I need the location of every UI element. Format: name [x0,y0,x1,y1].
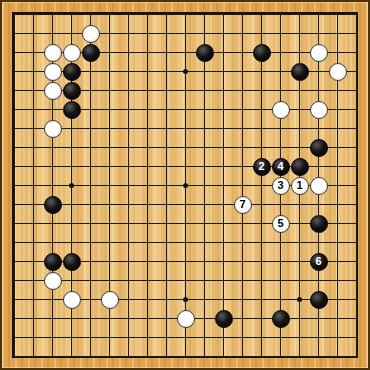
stone-white[interactable] [310,44,328,62]
stone-black[interactable] [63,253,81,271]
move-number-label: 4 [277,161,283,172]
stone-white[interactable] [44,272,62,290]
stone-black[interactable] [63,82,81,100]
stone-black[interactable] [196,44,214,62]
stone-white[interactable] [82,25,100,43]
stones-layer: 2431756 [5,5,366,366]
stone-black-move-2[interactable]: 2 [253,158,271,176]
stone-black[interactable] [215,310,233,328]
move-number-label: 6 [315,256,321,267]
stone-white[interactable] [310,177,328,195]
stone-white-move-7[interactable]: 7 [234,196,252,214]
go-board[interactable]: 2431756 [0,0,370,370]
move-number-label: 7 [239,199,245,210]
move-number-label: 5 [277,218,283,229]
move-number-label: 1 [296,180,302,191]
stone-black[interactable] [82,44,100,62]
stone-black[interactable] [291,63,309,81]
stone-black[interactable] [63,63,81,81]
stone-black[interactable] [310,215,328,233]
stone-black[interactable] [310,291,328,309]
stone-white[interactable] [44,82,62,100]
stone-white[interactable] [310,101,328,119]
stone-black[interactable] [44,196,62,214]
move-number-label: 2 [258,161,264,172]
stone-white[interactable] [101,291,119,309]
move-number-label: 3 [277,180,283,191]
stone-black[interactable] [63,101,81,119]
stone-black-move-6[interactable]: 6 [310,253,328,271]
stone-white[interactable] [44,63,62,81]
stone-white-move-5[interactable]: 5 [272,215,290,233]
stone-black[interactable] [272,310,290,328]
stone-black[interactable] [291,158,309,176]
stone-white-move-1[interactable]: 1 [291,177,309,195]
stone-white[interactable] [272,101,290,119]
stone-white[interactable] [177,310,195,328]
stone-white[interactable] [63,44,81,62]
stone-black[interactable] [310,139,328,157]
stone-white-move-3[interactable]: 3 [272,177,290,195]
stone-black[interactable] [253,44,271,62]
stone-white[interactable] [63,291,81,309]
stone-black[interactable] [44,253,62,271]
stone-white[interactable] [44,44,62,62]
stone-white[interactable] [329,63,347,81]
stone-black-move-4[interactable]: 4 [272,158,290,176]
stone-white[interactable] [44,120,62,138]
